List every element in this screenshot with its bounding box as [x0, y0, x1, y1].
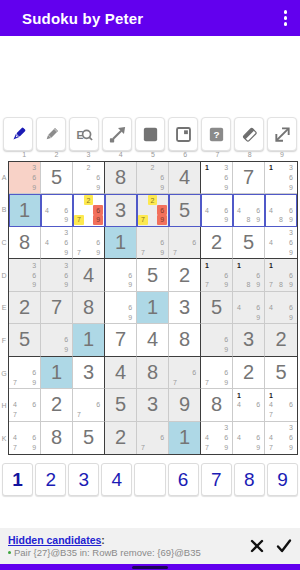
cell-value: 5 — [105, 389, 136, 420]
cell-K3[interactable]: 5 — [73, 422, 105, 454]
candidate-empty — [202, 270, 212, 280]
digit-button-1[interactable]: 1 — [2, 463, 33, 496]
candidate-6: 6 — [221, 367, 231, 377]
candidate-empty — [212, 377, 222, 387]
cell-G8[interactable]: 2 — [233, 357, 265, 389]
candidate-empty — [148, 433, 158, 443]
digit-button-7[interactable]: 7 — [201, 463, 232, 496]
cell-E1[interactable]: 2 — [9, 292, 41, 324]
cell-C4[interactable]: 1 — [105, 227, 137, 259]
candidates: 1467 — [266, 390, 296, 419]
candidates: 1679 — [202, 260, 231, 289]
candidate-empty — [276, 248, 286, 258]
cell-E3[interactable]: 8 — [73, 292, 105, 324]
candidate-empty — [20, 183, 30, 193]
candidates: 146 — [234, 390, 263, 419]
candidate-empty — [10, 358, 20, 368]
candidate-empty — [234, 410, 244, 420]
fountain-pen-icon — [9, 125, 28, 144]
cell-value: 5 — [233, 227, 264, 258]
cell-value: 2 — [9, 292, 40, 323]
candidate-empty — [138, 228, 148, 238]
candidate-empty — [212, 205, 222, 215]
digit-button-6[interactable]: 6 — [168, 463, 199, 496]
candidate-empty — [253, 410, 263, 420]
candidate-empty — [286, 195, 296, 205]
candidates: 69 — [106, 293, 135, 322]
cell-A3[interactable]: 269 — [73, 162, 105, 194]
expand-tool-button[interactable] — [267, 117, 297, 151]
cell-value: 8 — [73, 292, 104, 323]
candidate-6: 6 — [61, 238, 71, 248]
cell-D6[interactable]: 2 — [169, 259, 201, 291]
candidate-6: 6 — [93, 400, 103, 410]
cell-A8[interactable]: 7 — [233, 162, 265, 194]
candidates: 679 — [202, 358, 231, 387]
cell-B8[interactable]: 4689 — [233, 194, 265, 226]
check-icon[interactable] — [276, 538, 292, 554]
candidates: 4689 — [266, 195, 296, 224]
candidate-empty — [10, 390, 20, 400]
candidate-8: 8 — [276, 280, 286, 290]
cell-H7[interactable]: 8 — [201, 389, 233, 421]
candidate-empty — [276, 303, 286, 313]
cell-K9[interactable]: 34679 — [265, 422, 297, 454]
candidate-6: 6 — [286, 400, 296, 410]
candidate-9: 9 — [29, 183, 39, 193]
sudoku-board: 3695269826941369713691469267932679546946… — [8, 161, 298, 455]
candidates: 469 — [266, 293, 296, 322]
cell-C8[interactable]: 5 — [233, 227, 265, 259]
close-icon[interactable] — [249, 538, 265, 554]
hint-bullet-icon — [8, 551, 11, 554]
cell-value: 7 — [41, 292, 72, 323]
cell-E2[interactable]: 7 — [41, 292, 73, 324]
candidate-7: 7 — [10, 443, 20, 453]
candidate-empty — [253, 423, 263, 433]
cell-C5[interactable]: 679 — [137, 227, 169, 259]
candidate-6: 6 — [286, 205, 296, 215]
candidate-empty — [42, 345, 52, 355]
candidate-empty — [221, 325, 231, 335]
cell-B9[interactable]: 4689 — [265, 194, 297, 226]
col-label-3: 3 — [72, 150, 104, 160]
cell-D7[interactable]: 1679 — [201, 259, 233, 291]
candidate-empty — [20, 270, 30, 280]
cell-K1[interactable]: 4679 — [9, 422, 41, 454]
cell-value: 3 — [169, 292, 200, 323]
candidate-6: 6 — [29, 270, 39, 280]
kebab-menu-icon[interactable] — [281, 6, 291, 30]
cell-value: 8 — [9, 227, 40, 258]
cell-G4[interactable]: 4 — [105, 357, 137, 389]
cell-A5[interactable]: 269 — [137, 162, 169, 194]
candidate-empty — [202, 358, 212, 368]
candidate-empty — [61, 325, 71, 335]
cell-H5[interactable]: 3 — [137, 389, 169, 421]
cell-H8[interactable]: 146 — [233, 389, 265, 421]
candidate-9: 9 — [157, 248, 167, 258]
candidate-empty — [116, 293, 126, 303]
candidate-empty — [138, 238, 148, 248]
cell-B3[interactable]: 2679 — [73, 194, 105, 226]
candidate-empty — [42, 228, 52, 238]
col-label-4: 4 — [105, 150, 137, 160]
candidate-9: 9 — [286, 312, 296, 322]
candidate-empty — [276, 270, 286, 280]
cell-A6[interactable]: 4 — [169, 162, 201, 194]
candidate-empty — [52, 345, 62, 355]
cell-B5[interactable]: 2679 — [137, 194, 169, 226]
candidate-empty — [180, 358, 190, 368]
candidate-empty — [286, 410, 296, 420]
candidates: 2679 — [138, 195, 167, 224]
candidate-empty — [106, 270, 116, 280]
candidate-empty — [266, 423, 276, 433]
candidate-empty — [20, 358, 30, 368]
candidate-9: 9 — [157, 215, 167, 225]
cell-G9[interactable]: 5 — [265, 357, 297, 389]
candidate-4: 4 — [234, 433, 244, 443]
digit-button-8[interactable]: 8 — [234, 463, 265, 496]
cell-C7[interactable]: 2 — [201, 227, 233, 259]
cell-F9[interactable]: 2 — [265, 324, 297, 356]
hint-sheet: Hidden candidates: Pair {27}@B35 in: Row… — [0, 528, 300, 564]
digit-button-5-empty[interactable] — [134, 463, 165, 496]
candidate-empty — [42, 325, 52, 335]
candidate-7: 7 — [170, 248, 180, 258]
help-tool-button[interactable]: ? — [201, 117, 231, 151]
cell-H1[interactable]: 467 — [9, 389, 41, 421]
cell-E9[interactable]: 469 — [265, 292, 297, 324]
candidate-empty — [266, 248, 276, 258]
candidate-6: 6 — [253, 270, 263, 280]
candidate-2: 2 — [84, 195, 94, 205]
candidate-6: 6 — [286, 270, 296, 280]
candidate-empty — [266, 195, 276, 205]
candidate-9: 9 — [61, 280, 71, 290]
candidate-empty — [148, 443, 158, 453]
corner-mark-tool-button[interactable] — [168, 117, 198, 151]
pencil-tool-button[interactable] — [36, 117, 66, 151]
cell-C1[interactable]: 8 — [9, 227, 41, 259]
cell-D9[interactable]: 16789 — [265, 259, 297, 291]
candidate-empty — [244, 205, 254, 215]
candidate-empty — [234, 312, 244, 322]
col-label-8: 8 — [234, 150, 266, 160]
candidate-empty — [212, 325, 222, 335]
candidate-9: 9 — [253, 312, 263, 322]
candidates: 469 — [42, 195, 71, 224]
candidates: 369 — [10, 163, 39, 192]
line-tool-button[interactable] — [102, 117, 132, 151]
cell-E5[interactable]: 1 — [137, 292, 169, 324]
candidate-empty — [266, 293, 276, 303]
candidate-7: 7 — [74, 215, 84, 225]
cell-F8[interactable]: 3 — [233, 324, 265, 356]
candidates: 3469 — [42, 228, 71, 257]
candidate-6: 6 — [29, 367, 39, 377]
cell-H3[interactable]: 67 — [73, 389, 105, 421]
candidate-6: 6 — [253, 205, 263, 215]
cell-F2[interactable]: 69 — [41, 324, 73, 356]
candidate-6: 6 — [221, 173, 231, 183]
candidate-empty — [189, 358, 199, 368]
candidate-empty — [157, 423, 167, 433]
candidate-empty — [42, 270, 52, 280]
cell-B4[interactable]: 3 — [105, 194, 137, 226]
cell-F1[interactable]: 5 — [9, 324, 41, 356]
cell-E4[interactable]: 69 — [105, 292, 137, 324]
candidate-empty — [276, 260, 286, 270]
cell-D5[interactable]: 5 — [137, 259, 169, 291]
candidates: 1369 — [266, 163, 296, 192]
col-label-1: 1 — [8, 150, 40, 160]
candidate-empty — [234, 443, 244, 453]
candidate-6: 6 — [29, 400, 39, 410]
candidate-9: 9 — [286, 215, 296, 225]
candidate-empty — [180, 238, 190, 248]
candidate-empty — [234, 280, 244, 290]
eraser-tool-button[interactable] — [234, 117, 264, 151]
candidate-empty — [202, 423, 212, 433]
candidate-empty — [202, 325, 212, 335]
candidate-empty — [42, 195, 52, 205]
candidate-empty — [84, 205, 94, 215]
cell-value: 3 — [233, 324, 264, 355]
candidate-empty — [138, 423, 148, 433]
candidate-empty — [180, 367, 190, 377]
trend-arrow-icon — [108, 125, 127, 144]
candidate-7: 7 — [74, 248, 84, 258]
cell-C2[interactable]: 3469 — [41, 227, 73, 259]
candidate-empty — [253, 195, 263, 205]
candidate-4: 4 — [202, 205, 212, 215]
candidate-empty — [10, 367, 20, 377]
candidates: 369 — [10, 260, 39, 289]
candidate-4: 4 — [266, 400, 276, 410]
candidate-9: 9 — [61, 248, 71, 258]
candidate-empty — [10, 173, 20, 183]
cell-B2[interactable]: 469 — [41, 194, 73, 226]
cell-H2[interactable]: 2 — [41, 389, 73, 421]
candidate-empty — [84, 173, 94, 183]
candidate-empty — [244, 410, 254, 420]
candidates: 1369 — [202, 163, 231, 192]
candidate-empty — [202, 183, 212, 193]
candidate-empty — [212, 163, 222, 173]
cell-G5[interactable]: 8 — [137, 357, 169, 389]
cell-F5[interactable]: 4 — [137, 324, 169, 356]
cell-G3[interactable]: 3 — [73, 357, 105, 389]
candidate-empty — [10, 270, 20, 280]
candidate-empty — [74, 238, 84, 248]
cell-D1[interactable]: 369 — [9, 259, 41, 291]
cell-C6[interactable]: 67 — [169, 227, 201, 259]
candidate-7: 7 — [266, 443, 276, 453]
cell-G1[interactable]: 679 — [9, 357, 41, 389]
cell-value: 9 — [169, 389, 200, 420]
candidate-empty — [138, 433, 148, 443]
candidate-9: 9 — [253, 280, 263, 290]
cell-H4[interactable]: 5 — [105, 389, 137, 421]
candidate-empty — [20, 173, 30, 183]
candidate-empty — [20, 433, 30, 443]
candidate-1: 1 — [266, 260, 276, 270]
candidate-empty — [148, 423, 158, 433]
cell-G6[interactable]: 67 — [169, 357, 201, 389]
toolbar: E? — [3, 117, 297, 151]
candidate-empty — [276, 390, 286, 400]
candidate-6: 6 — [221, 433, 231, 443]
find-tool-button[interactable]: E — [69, 117, 99, 151]
cell-value: 1 — [169, 422, 200, 454]
cell-F6[interactable]: 8 — [169, 324, 201, 356]
cell-K5[interactable]: 67 — [137, 422, 169, 454]
candidate-9: 9 — [61, 215, 71, 225]
candidate-empty — [125, 260, 135, 270]
candidate-empty — [74, 183, 84, 193]
candidate-empty — [212, 183, 222, 193]
cell-A7[interactable]: 1369 — [201, 162, 233, 194]
candidate-4: 4 — [202, 433, 212, 443]
pen-tool-button[interactable] — [3, 117, 33, 151]
cell-K8[interactable]: 469 — [233, 422, 265, 454]
candidate-empty — [221, 358, 231, 368]
cell-G2[interactable]: 1 — [41, 357, 73, 389]
candidate-empty — [61, 195, 71, 205]
cell-G7[interactable]: 679 — [201, 357, 233, 389]
cell-A1[interactable]: 369 — [9, 162, 41, 194]
candidate-9: 9 — [29, 443, 39, 453]
candidate-empty — [286, 390, 296, 400]
row-label-E: E — [0, 292, 8, 325]
cell-K2[interactable]: 8 — [41, 422, 73, 454]
cell-K4[interactable]: 2 — [105, 422, 137, 454]
candidate-empty — [148, 248, 158, 258]
candidate-empty — [74, 205, 84, 215]
candidate-empty — [170, 228, 180, 238]
candidate-6: 6 — [221, 270, 231, 280]
app-bar: Sudoku by Peter — [0, 0, 300, 36]
candidate-empty — [212, 367, 222, 377]
candidate-empty — [266, 183, 276, 193]
cell-C9[interactable]: 3469 — [265, 227, 297, 259]
candidate-empty — [42, 260, 52, 270]
candidate-empty — [106, 303, 116, 313]
candidate-6: 6 — [221, 205, 231, 215]
cell-B1[interactable]: 1 — [9, 194, 41, 226]
candidate-4: 4 — [10, 400, 20, 410]
cell-value: 5 — [169, 194, 200, 225]
candidates: 67 — [138, 423, 167, 453]
candidate-6: 6 — [29, 433, 39, 443]
candidate-6: 6 — [93, 173, 103, 183]
candidate-3: 3 — [221, 163, 231, 173]
cell-A2[interactable]: 5 — [41, 162, 73, 194]
candidate-empty — [52, 228, 62, 238]
cell-B7[interactable]: 469 — [201, 194, 233, 226]
cell-A4[interactable]: 8 — [105, 162, 137, 194]
candidates: 1689 — [234, 260, 263, 289]
candidate-empty — [116, 270, 126, 280]
fill-tool-button[interactable] — [135, 117, 165, 151]
gesture-pill[interactable] — [132, 566, 168, 569]
filled-square-icon — [141, 125, 160, 144]
cell-F7[interactable]: 69 — [201, 324, 233, 356]
candidate-empty — [20, 163, 30, 173]
candidate-4: 4 — [42, 205, 52, 215]
cell-D8[interactable]: 1689 — [233, 259, 265, 291]
hint-colon: : — [101, 534, 105, 546]
cell-E7[interactable]: 5 — [201, 292, 233, 324]
candidate-7: 7 — [266, 280, 276, 290]
candidate-empty — [276, 173, 286, 183]
candidates: 2679 — [74, 195, 103, 224]
cell-F4[interactable]: 7 — [105, 324, 137, 356]
candidate-empty — [52, 205, 62, 215]
candidates: 679 — [10, 358, 39, 387]
candidate-7: 7 — [74, 410, 84, 420]
cell-E8[interactable]: 469 — [233, 292, 265, 324]
cell-K7[interactable]: 34679 — [201, 422, 233, 454]
candidate-2: 2 — [148, 195, 158, 205]
digit-button-2[interactable]: 2 — [35, 463, 66, 496]
cell-A9[interactable]: 1369 — [265, 162, 297, 194]
candidate-empty — [244, 195, 254, 205]
cell-H6[interactable]: 9 — [169, 389, 201, 421]
candidate-empty — [106, 280, 116, 290]
candidate-empty — [212, 423, 222, 433]
candidate-empty — [266, 270, 276, 280]
candidate-empty — [244, 303, 254, 313]
cell-D3[interactable]: 4 — [73, 259, 105, 291]
candidate-empty — [266, 228, 276, 238]
candidate-1: 1 — [266, 163, 276, 173]
col-label-9: 9 — [266, 150, 298, 160]
candidate-7: 7 — [266, 410, 276, 420]
candidate-empty — [244, 293, 254, 303]
cell-F3[interactable]: 1 — [73, 324, 105, 356]
cell-E6[interactable]: 3 — [169, 292, 201, 324]
candidate-empty — [93, 163, 103, 173]
candidates: 67 — [74, 390, 103, 419]
cell-K6[interactable]: 1 — [169, 422, 201, 454]
candidate-empty — [74, 163, 84, 173]
candidate-empty — [20, 400, 30, 410]
cell-value: 8 — [169, 324, 200, 355]
cell-B6[interactable]: 5 — [169, 194, 201, 226]
candidate-9: 9 — [221, 280, 231, 290]
cell-value: 7 — [105, 324, 136, 355]
cell-H9[interactable]: 1467 — [265, 389, 297, 421]
hint-title-link[interactable]: Hidden candidates — [8, 534, 101, 546]
candidate-empty — [276, 410, 286, 420]
cell-C3[interactable]: 679 — [73, 227, 105, 259]
digit-button-4[interactable]: 4 — [101, 463, 132, 496]
digit-button-3[interactable]: 3 — [68, 463, 99, 496]
col-label-2: 2 — [40, 150, 72, 160]
row-labels: ABCDEFGHK — [0, 161, 8, 455]
digit-button-9[interactable]: 9 — [267, 463, 298, 496]
navigation-bar — [0, 564, 300, 570]
candidate-empty — [212, 335, 222, 345]
candidate-1: 1 — [234, 390, 244, 400]
cell-D4[interactable]: 69 — [105, 259, 137, 291]
candidate-empty — [266, 173, 276, 183]
cell-D2[interactable]: 369 — [41, 259, 73, 291]
row-label-A: A — [0, 161, 8, 194]
